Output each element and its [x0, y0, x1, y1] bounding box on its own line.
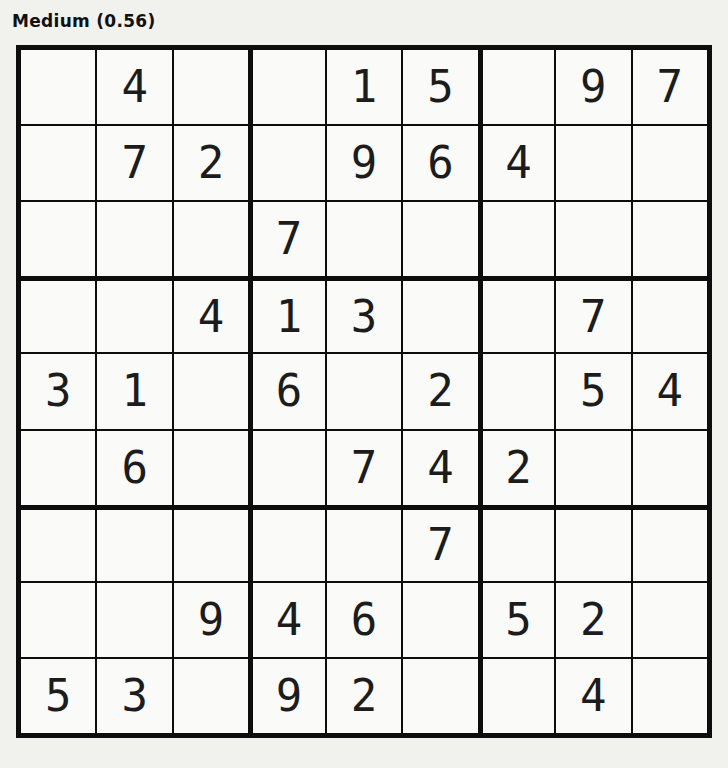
cell-r2c3[interactable]: 2 [174, 126, 248, 200]
puzzle-title: Medium (0.56) [12, 11, 156, 31]
cell-r1c8[interactable]: 9 [556, 50, 630, 124]
cell-r4c9[interactable] [633, 278, 707, 352]
cell-r9c2[interactable]: 3 [97, 659, 171, 733]
cell-r6c8[interactable] [556, 431, 630, 505]
cell-r6c9[interactable] [633, 431, 707, 505]
cell-r4c2[interactable] [97, 278, 171, 352]
cell-r5c8[interactable]: 5 [556, 354, 630, 428]
cell-r5c7[interactable] [480, 354, 554, 428]
cell-r2c1[interactable] [21, 126, 95, 200]
cell-r5c3[interactable] [174, 354, 248, 428]
cell-r7c9[interactable] [633, 507, 707, 581]
cell-r2c6[interactable]: 6 [403, 126, 477, 200]
cell-r5c2[interactable]: 1 [97, 354, 171, 428]
cell-r3c7[interactable] [480, 202, 554, 276]
cell-r1c5[interactable]: 1 [327, 50, 401, 124]
cell-r5c4[interactable]: 6 [250, 354, 324, 428]
cell-r7c8[interactable] [556, 507, 630, 581]
cell-r7c6[interactable]: 7 [403, 507, 477, 581]
cell-r8c7[interactable]: 5 [480, 583, 554, 657]
cell-r1c2[interactable]: 4 [97, 50, 171, 124]
cell-r7c5[interactable] [327, 507, 401, 581]
cell-r3c8[interactable] [556, 202, 630, 276]
cell-r6c4[interactable] [250, 431, 324, 505]
cell-r1c3[interactable] [174, 50, 248, 124]
cell-r5c5[interactable] [327, 354, 401, 428]
cell-r8c9[interactable] [633, 583, 707, 657]
cell-r7c1[interactable] [21, 507, 95, 581]
cell-r7c7[interactable] [480, 507, 554, 581]
cell-r6c2[interactable]: 6 [97, 431, 171, 505]
cell-r4c7[interactable] [480, 278, 554, 352]
cell-r6c3[interactable] [174, 431, 248, 505]
cell-r8c8[interactable]: 2 [556, 583, 630, 657]
cell-r2c7[interactable]: 4 [480, 126, 554, 200]
cell-r3c2[interactable] [97, 202, 171, 276]
cell-r6c5[interactable]: 7 [327, 431, 401, 505]
cell-r3c1[interactable] [21, 202, 95, 276]
cell-r1c7[interactable] [480, 50, 554, 124]
cell-r3c3[interactable] [174, 202, 248, 276]
cell-r3c5[interactable] [327, 202, 401, 276]
cell-r7c2[interactable] [97, 507, 171, 581]
cell-r8c1[interactable] [21, 583, 95, 657]
cell-r6c7[interactable]: 2 [480, 431, 554, 505]
cell-r7c3[interactable] [174, 507, 248, 581]
cell-r2c2[interactable]: 7 [97, 126, 171, 200]
cell-r6c6[interactable]: 4 [403, 431, 477, 505]
cell-r1c9[interactable]: 7 [633, 50, 707, 124]
cell-r4c5[interactable]: 3 [327, 278, 401, 352]
cell-r9c8[interactable]: 4 [556, 659, 630, 733]
cell-r2c4[interactable] [250, 126, 324, 200]
cell-r9c1[interactable]: 5 [21, 659, 95, 733]
cell-r3c4[interactable]: 7 [250, 202, 324, 276]
cell-r3c9[interactable] [633, 202, 707, 276]
cell-r3c6[interactable] [403, 202, 477, 276]
cell-r8c6[interactable] [403, 583, 477, 657]
cell-r1c1[interactable] [21, 50, 95, 124]
cell-r2c9[interactable] [633, 126, 707, 200]
cell-r4c4[interactable]: 1 [250, 278, 324, 352]
cell-r4c3[interactable]: 4 [174, 278, 248, 352]
cell-r9c4[interactable]: 9 [250, 659, 324, 733]
sudoku-board: 415977296474137316254674279465253924 [16, 45, 712, 738]
cell-r5c9[interactable]: 4 [633, 354, 707, 428]
cell-r9c3[interactable] [174, 659, 248, 733]
cell-r8c3[interactable]: 9 [174, 583, 248, 657]
cell-r5c1[interactable]: 3 [21, 354, 95, 428]
cell-r2c8[interactable] [556, 126, 630, 200]
cell-r9c5[interactable]: 2 [327, 659, 401, 733]
cell-r4c6[interactable] [403, 278, 477, 352]
cell-r6c1[interactable] [21, 431, 95, 505]
cell-r2c5[interactable]: 9 [327, 126, 401, 200]
cell-r5c6[interactable]: 2 [403, 354, 477, 428]
cell-r8c2[interactable] [97, 583, 171, 657]
cell-r1c6[interactable]: 5 [403, 50, 477, 124]
cell-r9c6[interactable] [403, 659, 477, 733]
cell-r9c9[interactable] [633, 659, 707, 733]
cell-r4c8[interactable]: 7 [556, 278, 630, 352]
cell-r8c4[interactable]: 4 [250, 583, 324, 657]
cell-r4c1[interactable] [21, 278, 95, 352]
cell-r7c4[interactable] [250, 507, 324, 581]
cell-r8c5[interactable]: 6 [327, 583, 401, 657]
cell-r9c7[interactable] [480, 659, 554, 733]
cell-r1c4[interactable] [250, 50, 324, 124]
